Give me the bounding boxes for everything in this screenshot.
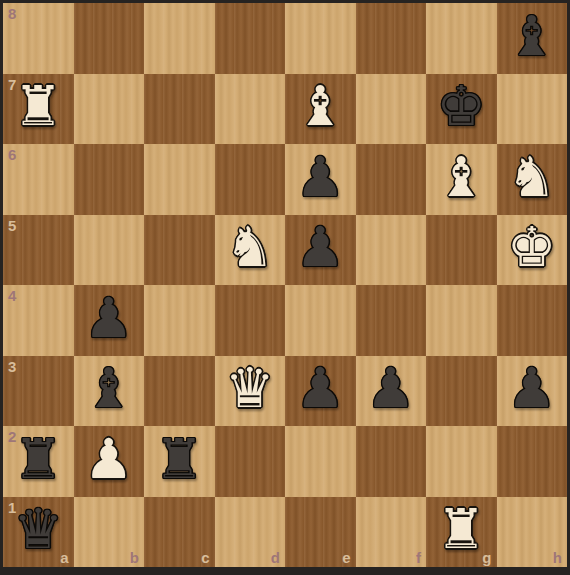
square-c2[interactable]: ♜ bbox=[144, 426, 215, 497]
square-d2[interactable] bbox=[215, 426, 286, 497]
chess-board-frame: 8♝♜7♝♚6♟♝♞5♞♟♚4♟3♝♛♟♟♟♜2♟♜♛1abcdef♜gh bbox=[0, 0, 570, 575]
piece-black-queen[interactable]: ♛ bbox=[14, 502, 63, 557]
square-g5[interactable] bbox=[426, 215, 497, 286]
chess-board: 8♝♜7♝♚6♟♝♞5♞♟♚4♟3♝♛♟♟♟♜2♟♜♛1abcdef♜gh bbox=[3, 3, 567, 567]
square-c5[interactable] bbox=[144, 215, 215, 286]
square-e6[interactable]: ♟ bbox=[285, 144, 356, 215]
square-h3[interactable]: ♟ bbox=[497, 356, 568, 427]
square-f7[interactable] bbox=[356, 74, 427, 145]
piece-black-pawn[interactable]: ♟ bbox=[296, 150, 345, 205]
square-d4[interactable] bbox=[215, 285, 286, 356]
piece-black-rook[interactable]: ♜ bbox=[155, 432, 204, 487]
square-c8[interactable] bbox=[144, 3, 215, 74]
square-a8[interactable]: 8 bbox=[3, 3, 74, 74]
square-e7[interactable]: ♝ bbox=[285, 74, 356, 145]
rank-label-4: 4 bbox=[8, 288, 16, 303]
square-c7[interactable] bbox=[144, 74, 215, 145]
piece-white-knight[interactable]: ♞ bbox=[507, 150, 556, 205]
piece-black-pawn[interactable]: ♟ bbox=[296, 361, 345, 416]
piece-black-bishop[interactable]: ♝ bbox=[84, 361, 133, 416]
square-f1[interactable]: f bbox=[356, 497, 427, 568]
square-h6[interactable]: ♞ bbox=[497, 144, 568, 215]
file-label-h: h bbox=[553, 550, 562, 565]
square-f8[interactable] bbox=[356, 3, 427, 74]
square-b5[interactable] bbox=[74, 215, 145, 286]
square-h5[interactable]: ♚ bbox=[497, 215, 568, 286]
square-f2[interactable] bbox=[356, 426, 427, 497]
square-h4[interactable] bbox=[497, 285, 568, 356]
square-h2[interactable] bbox=[497, 426, 568, 497]
piece-black-rook[interactable]: ♜ bbox=[14, 432, 63, 487]
rank-label-3: 3 bbox=[8, 359, 16, 374]
piece-black-pawn[interactable]: ♟ bbox=[366, 361, 415, 416]
file-label-c: c bbox=[201, 550, 209, 565]
square-g4[interactable] bbox=[426, 285, 497, 356]
square-b6[interactable] bbox=[74, 144, 145, 215]
file-label-b: b bbox=[130, 550, 139, 565]
piece-white-king[interactable]: ♚ bbox=[507, 220, 556, 275]
square-g8[interactable] bbox=[426, 3, 497, 74]
square-a5[interactable]: 5 bbox=[3, 215, 74, 286]
square-d6[interactable] bbox=[215, 144, 286, 215]
square-e1[interactable]: e bbox=[285, 497, 356, 568]
square-b3[interactable]: ♝ bbox=[74, 356, 145, 427]
square-d5[interactable]: ♞ bbox=[215, 215, 286, 286]
piece-black-bishop[interactable]: ♝ bbox=[507, 9, 556, 64]
square-f4[interactable] bbox=[356, 285, 427, 356]
square-h1[interactable]: h bbox=[497, 497, 568, 568]
square-a3[interactable]: 3 bbox=[3, 356, 74, 427]
square-h8[interactable]: ♝ bbox=[497, 3, 568, 74]
piece-black-pawn[interactable]: ♟ bbox=[296, 220, 345, 275]
rank-label-5: 5 bbox=[8, 218, 16, 233]
square-d1[interactable]: d bbox=[215, 497, 286, 568]
square-a4[interactable]: 4 bbox=[3, 285, 74, 356]
square-g1[interactable]: ♜g bbox=[426, 497, 497, 568]
square-d8[interactable] bbox=[215, 3, 286, 74]
piece-black-pawn[interactable]: ♟ bbox=[84, 291, 133, 346]
square-a2[interactable]: ♜2 bbox=[3, 426, 74, 497]
file-label-e: e bbox=[342, 550, 350, 565]
square-b8[interactable] bbox=[74, 3, 145, 74]
square-b2[interactable]: ♟ bbox=[74, 426, 145, 497]
square-a1[interactable]: ♛1a bbox=[3, 497, 74, 568]
piece-white-bishop[interactable]: ♝ bbox=[437, 150, 486, 205]
square-c1[interactable]: c bbox=[144, 497, 215, 568]
square-b4[interactable]: ♟ bbox=[74, 285, 145, 356]
piece-black-king[interactable]: ♚ bbox=[437, 79, 486, 134]
square-e4[interactable] bbox=[285, 285, 356, 356]
file-label-d: d bbox=[271, 550, 280, 565]
piece-white-bishop[interactable]: ♝ bbox=[296, 79, 345, 134]
square-e8[interactable] bbox=[285, 3, 356, 74]
piece-white-queen[interactable]: ♛ bbox=[225, 361, 274, 416]
square-f3[interactable]: ♟ bbox=[356, 356, 427, 427]
square-b7[interactable] bbox=[74, 74, 145, 145]
square-d7[interactable] bbox=[215, 74, 286, 145]
square-e3[interactable]: ♟ bbox=[285, 356, 356, 427]
piece-white-rook[interactable]: ♜ bbox=[14, 79, 63, 134]
piece-white-pawn[interactable]: ♟ bbox=[84, 432, 133, 487]
rank-label-8: 8 bbox=[8, 6, 16, 21]
square-f5[interactable] bbox=[356, 215, 427, 286]
square-c3[interactable] bbox=[144, 356, 215, 427]
square-g7[interactable]: ♚ bbox=[426, 74, 497, 145]
piece-white-knight[interactable]: ♞ bbox=[225, 220, 274, 275]
square-e2[interactable] bbox=[285, 426, 356, 497]
piece-black-pawn[interactable]: ♟ bbox=[507, 361, 556, 416]
square-g2[interactable] bbox=[426, 426, 497, 497]
rank-label-6: 6 bbox=[8, 147, 16, 162]
square-h7[interactable] bbox=[497, 74, 568, 145]
square-d3[interactable]: ♛ bbox=[215, 356, 286, 427]
square-g6[interactable]: ♝ bbox=[426, 144, 497, 215]
square-c6[interactable] bbox=[144, 144, 215, 215]
square-e5[interactable]: ♟ bbox=[285, 215, 356, 286]
file-label-f: f bbox=[416, 550, 421, 565]
square-a7[interactable]: ♜7 bbox=[3, 74, 74, 145]
square-f6[interactable] bbox=[356, 144, 427, 215]
square-c4[interactable] bbox=[144, 285, 215, 356]
square-b1[interactable]: b bbox=[74, 497, 145, 568]
square-a6[interactable]: 6 bbox=[3, 144, 74, 215]
square-g3[interactable] bbox=[426, 356, 497, 427]
piece-white-rook[interactable]: ♜ bbox=[437, 502, 486, 557]
